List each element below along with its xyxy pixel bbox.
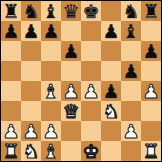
white-queen[interactable]: ♛ [62,101,79,121]
square-f1[interactable] [101,141,121,161]
black-pawn[interactable]: ♟ [102,81,119,101]
square-d4[interactable]: ♟ [61,81,81,101]
square-c3[interactable] [41,101,61,121]
white-pawn[interactable]: ♟ [142,81,159,101]
chess-board: ♜♞♝♛♚♞♜♟♟♟♟♝♟♟♟♝♟♟♟♟♛♞♟♟♟♟♜♞♝♚♜ [1,1,161,161]
black-pawn[interactable]: ♟ [102,21,119,41]
black-rook[interactable]: ♜ [2,1,19,21]
white-knight[interactable]: ♞ [22,141,39,161]
square-g4[interactable] [121,81,141,101]
white-pawn[interactable]: ♟ [122,121,139,141]
square-c2[interactable]: ♟ [41,121,61,141]
black-knight[interactable]: ♞ [122,1,139,21]
square-d1[interactable] [61,141,81,161]
square-c4[interactable]: ♝ [41,81,61,101]
black-pawn[interactable]: ♟ [122,61,139,81]
square-g7[interactable]: ♝ [121,21,141,41]
white-rook[interactable]: ♜ [142,141,159,161]
square-b4[interactable] [21,81,41,101]
square-g1[interactable] [121,141,141,161]
black-bishop[interactable]: ♝ [42,1,59,21]
white-pawn[interactable]: ♟ [62,81,79,101]
black-pawn[interactable]: ♟ [22,21,39,41]
square-a5[interactable] [1,61,21,81]
square-h2[interactable] [141,121,161,141]
square-h5[interactable] [141,61,161,81]
square-f6[interactable] [101,41,121,61]
square-d2[interactable] [61,121,81,141]
square-b5[interactable] [21,61,41,81]
white-king[interactable]: ♚ [82,141,99,161]
square-d5[interactable] [61,61,81,81]
square-h8[interactable]: ♜ [141,1,161,21]
square-b2[interactable]: ♟ [21,121,41,141]
black-rook[interactable]: ♜ [142,1,159,21]
square-b6[interactable] [21,41,41,61]
square-a2[interactable]: ♟ [1,121,21,141]
square-f2[interactable] [101,121,121,141]
square-c1[interactable]: ♝ [41,141,61,161]
square-g3[interactable] [121,101,141,121]
square-c6[interactable] [41,41,61,61]
square-h4[interactable]: ♟ [141,81,161,101]
square-e1[interactable]: ♚ [81,141,101,161]
square-f5[interactable] [101,61,121,81]
square-b7[interactable]: ♟ [21,21,41,41]
square-f8[interactable] [101,1,121,21]
square-b3[interactable] [21,101,41,121]
square-e6[interactable] [81,41,101,61]
square-b1[interactable]: ♞ [21,141,41,161]
white-rook[interactable]: ♜ [2,141,19,161]
white-knight[interactable]: ♞ [102,101,119,121]
square-e3[interactable] [81,101,101,121]
square-a7[interactable]: ♟ [1,21,21,41]
square-d7[interactable] [61,21,81,41]
square-g2[interactable]: ♟ [121,121,141,141]
square-f3[interactable]: ♞ [101,101,121,121]
square-d6[interactable]: ♟ [61,41,81,61]
square-d8[interactable]: ♛ [61,1,81,21]
square-c8[interactable]: ♝ [41,1,61,21]
white-pawn[interactable]: ♟ [2,121,19,141]
square-e5[interactable] [81,61,101,81]
black-queen[interactable]: ♛ [62,1,79,21]
square-a6[interactable] [1,41,21,61]
square-d3[interactable]: ♛ [61,101,81,121]
square-g8[interactable]: ♞ [121,1,141,21]
square-e7[interactable] [81,21,101,41]
black-pawn[interactable]: ♟ [42,21,59,41]
black-knight[interactable]: ♞ [22,1,39,21]
square-e4[interactable]: ♟ [81,81,101,101]
square-c5[interactable] [41,61,61,81]
white-bishop[interactable]: ♝ [42,141,59,161]
white-bishop[interactable]: ♝ [42,81,59,101]
chess-board-frame: ♜♞♝♛♚♞♜♟♟♟♟♝♟♟♟♝♟♟♟♟♛♞♟♟♟♟♜♞♝♚♜ [0,0,162,162]
white-pawn[interactable]: ♟ [82,81,99,101]
square-c7[interactable]: ♟ [41,21,61,41]
black-king[interactable]: ♚ [82,1,99,21]
black-pawn[interactable]: ♟ [142,41,159,61]
square-h7[interactable] [141,21,161,41]
square-g5[interactable]: ♟ [121,61,141,81]
square-h6[interactable]: ♟ [141,41,161,61]
square-f4[interactable]: ♟ [101,81,121,101]
square-a3[interactable] [1,101,21,121]
square-f7[interactable]: ♟ [101,21,121,41]
square-e8[interactable]: ♚ [81,1,101,21]
white-pawn[interactable]: ♟ [42,121,59,141]
square-a4[interactable] [1,81,21,101]
black-pawn[interactable]: ♟ [2,21,19,41]
square-h1[interactable]: ♜ [141,141,161,161]
square-e2[interactable] [81,121,101,141]
black-bishop[interactable]: ♝ [122,21,139,41]
square-b8[interactable]: ♞ [21,1,41,21]
black-pawn[interactable]: ♟ [62,41,79,61]
square-a1[interactable]: ♜ [1,141,21,161]
square-g6[interactable] [121,41,141,61]
square-a8[interactable]: ♜ [1,1,21,21]
square-h3[interactable] [141,101,161,121]
white-pawn[interactable]: ♟ [22,121,39,141]
